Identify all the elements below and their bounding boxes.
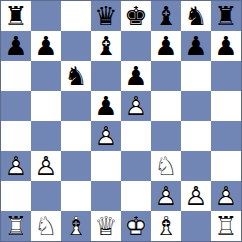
piece-white-pawn[interactable]: ♟♙ xyxy=(181,181,211,211)
square-h5[interactable] xyxy=(211,91,241,121)
square-d7[interactable]: ♝ xyxy=(91,31,121,61)
square-b2[interactable] xyxy=(31,181,61,211)
square-h4[interactable] xyxy=(211,121,241,151)
white-pawn-icon: ♙ xyxy=(151,181,181,211)
square-c1[interactable]: ♝♗ xyxy=(61,211,91,241)
black-bishop-icon: ♝ xyxy=(151,1,181,31)
piece-white-knight[interactable]: ♞♘ xyxy=(151,151,181,181)
piece-white-pawn[interactable]: ♟♙ xyxy=(91,121,121,151)
black-knight-icon: ♞ xyxy=(61,61,91,91)
square-d3[interactable] xyxy=(91,151,121,181)
square-h3[interactable] xyxy=(211,151,241,181)
piece-black-bishop[interactable]: ♝ xyxy=(151,1,181,31)
black-pawn-icon: ♟ xyxy=(91,91,121,121)
piece-black-king[interactable]: ♚ xyxy=(121,1,151,31)
square-a1[interactable]: ♜♖ xyxy=(1,211,31,241)
white-pawn-icon: ♙ xyxy=(91,121,121,151)
square-f3[interactable]: ♞♘ xyxy=(151,151,181,181)
chess-board: ♜♛♚♝♞♜♟♟♝♟♟♟♞♟♟♟♙♟♙♟♙♟♙♞♘♟♙♟♙♟♙♜♖♞♘♝♗♛♕♚… xyxy=(0,0,242,242)
square-g7[interactable]: ♟ xyxy=(181,31,211,61)
piece-white-bishop[interactable]: ♝♗ xyxy=(151,211,181,241)
square-c5[interactable] xyxy=(61,91,91,121)
piece-white-rook[interactable]: ♜♖ xyxy=(1,211,31,241)
piece-black-pawn[interactable]: ♟ xyxy=(31,31,61,61)
piece-white-pawn[interactable]: ♟♙ xyxy=(1,151,31,181)
square-g6[interactable] xyxy=(181,61,211,91)
black-rook-icon: ♜ xyxy=(1,1,31,31)
square-h8[interactable]: ♜ xyxy=(211,1,241,31)
piece-black-pawn[interactable]: ♟ xyxy=(91,91,121,121)
white-queen-icon: ♕ xyxy=(91,211,121,241)
square-b7[interactable]: ♟ xyxy=(31,31,61,61)
black-pawn-icon: ♟ xyxy=(31,31,61,61)
white-knight-icon: ♘ xyxy=(151,151,181,181)
square-g1[interactable] xyxy=(181,211,211,241)
piece-white-pawn[interactable]: ♟♙ xyxy=(151,181,181,211)
piece-black-rook[interactable]: ♜ xyxy=(1,1,31,31)
square-g4[interactable] xyxy=(181,121,211,151)
square-e8[interactable]: ♚ xyxy=(121,1,151,31)
square-c4[interactable] xyxy=(61,121,91,151)
square-d1[interactable]: ♛♕ xyxy=(91,211,121,241)
square-g3[interactable] xyxy=(181,151,211,181)
square-b5[interactable] xyxy=(31,91,61,121)
square-e7[interactable] xyxy=(121,31,151,61)
black-pawn-icon: ♟ xyxy=(211,31,241,61)
square-e4[interactable] xyxy=(121,121,151,151)
piece-black-knight[interactable]: ♞ xyxy=(61,61,91,91)
piece-white-knight[interactable]: ♞♘ xyxy=(31,211,61,241)
black-pawn-icon: ♟ xyxy=(1,31,31,61)
piece-white-queen[interactable]: ♛♕ xyxy=(91,211,121,241)
square-a4[interactable] xyxy=(1,121,31,151)
black-pawn-icon: ♟ xyxy=(181,31,211,61)
square-h2[interactable]: ♟♙ xyxy=(211,181,241,211)
piece-black-pawn[interactable]: ♟ xyxy=(121,61,151,91)
black-pawn-icon: ♟ xyxy=(151,31,181,61)
piece-white-pawn[interactable]: ♟♙ xyxy=(121,91,151,121)
piece-black-rook[interactable]: ♜ xyxy=(211,1,241,31)
square-b3[interactable]: ♟♙ xyxy=(31,151,61,181)
white-pawn-icon: ♙ xyxy=(181,181,211,211)
white-rook-icon: ♖ xyxy=(211,211,241,241)
piece-black-pawn[interactable]: ♟ xyxy=(1,31,31,61)
square-e2[interactable] xyxy=(121,181,151,211)
white-knight-icon: ♘ xyxy=(31,211,61,241)
square-e1[interactable]: ♚♔ xyxy=(121,211,151,241)
piece-white-pawn[interactable]: ♟♙ xyxy=(31,151,61,181)
square-a7[interactable]: ♟ xyxy=(1,31,31,61)
piece-white-king[interactable]: ♚♔ xyxy=(121,211,151,241)
square-e6[interactable]: ♟ xyxy=(121,61,151,91)
square-b1[interactable]: ♞♘ xyxy=(31,211,61,241)
piece-black-queen[interactable]: ♛ xyxy=(91,1,121,31)
square-a3[interactable]: ♟♙ xyxy=(1,151,31,181)
black-queen-icon: ♛ xyxy=(91,1,121,31)
square-f2[interactable]: ♟♙ xyxy=(151,181,181,211)
square-f5[interactable] xyxy=(151,91,181,121)
square-a2[interactable] xyxy=(1,181,31,211)
square-b4[interactable] xyxy=(31,121,61,151)
square-a5[interactable] xyxy=(1,91,31,121)
square-f8[interactable]: ♝ xyxy=(151,1,181,31)
black-king-icon: ♚ xyxy=(121,1,151,31)
square-f4[interactable] xyxy=(151,121,181,151)
square-d2[interactable] xyxy=(91,181,121,211)
piece-white-bishop[interactable]: ♝♗ xyxy=(61,211,91,241)
square-c2[interactable] xyxy=(61,181,91,211)
white-bishop-icon: ♗ xyxy=(61,211,91,241)
square-f7[interactable]: ♟ xyxy=(151,31,181,61)
square-h6[interactable] xyxy=(211,61,241,91)
square-e5[interactable]: ♟♙ xyxy=(121,91,151,121)
square-d4[interactable]: ♟♙ xyxy=(91,121,121,151)
square-b8[interactable] xyxy=(31,1,61,31)
black-knight-icon: ♞ xyxy=(181,1,211,31)
piece-black-pawn[interactable]: ♟ xyxy=(151,31,181,61)
square-f6[interactable] xyxy=(151,61,181,91)
square-d5[interactable]: ♟ xyxy=(91,91,121,121)
square-e3[interactable] xyxy=(121,151,151,181)
white-bishop-icon: ♗ xyxy=(151,211,181,241)
square-c8[interactable] xyxy=(61,1,91,31)
square-h1[interactable]: ♜♖ xyxy=(211,211,241,241)
square-b6[interactable] xyxy=(31,61,61,91)
square-d6[interactable] xyxy=(91,61,121,91)
white-king-icon: ♔ xyxy=(121,211,151,241)
piece-black-pawn[interactable]: ♟ xyxy=(181,31,211,61)
piece-black-knight[interactable]: ♞ xyxy=(181,1,211,31)
piece-white-pawn[interactable]: ♟♙ xyxy=(211,181,241,211)
square-c3[interactable] xyxy=(61,151,91,181)
piece-white-rook[interactable]: ♜♖ xyxy=(211,211,241,241)
black-bishop-icon: ♝ xyxy=(91,31,121,61)
piece-black-bishop[interactable]: ♝ xyxy=(91,31,121,61)
black-rook-icon: ♜ xyxy=(211,1,241,31)
white-pawn-icon: ♙ xyxy=(211,181,241,211)
square-a6[interactable] xyxy=(1,61,31,91)
white-rook-icon: ♖ xyxy=(1,211,31,241)
black-pawn-icon: ♟ xyxy=(121,61,151,91)
square-h7[interactable]: ♟ xyxy=(211,31,241,61)
square-g2[interactable]: ♟♙ xyxy=(181,181,211,211)
square-f1[interactable]: ♝♗ xyxy=(151,211,181,241)
square-g5[interactable] xyxy=(181,91,211,121)
white-pawn-icon: ♙ xyxy=(121,91,151,121)
square-g8[interactable]: ♞ xyxy=(181,1,211,31)
piece-black-pawn[interactable]: ♟ xyxy=(211,31,241,61)
square-c7[interactable] xyxy=(61,31,91,61)
square-d8[interactable]: ♛ xyxy=(91,1,121,31)
square-a8[interactable]: ♜ xyxy=(1,1,31,31)
white-pawn-icon: ♙ xyxy=(31,151,61,181)
white-pawn-icon: ♙ xyxy=(1,151,31,181)
square-c6[interactable]: ♞ xyxy=(61,61,91,91)
